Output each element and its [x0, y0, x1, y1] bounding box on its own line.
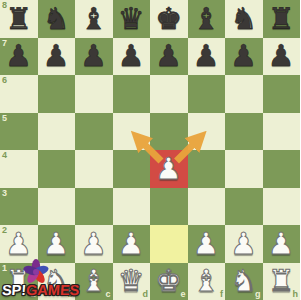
black-pawn[interactable]: ♟: [263, 38, 301, 76]
rank-label-4: 4: [2, 151, 7, 160]
white-pawn[interactable]: ♟: [150, 150, 188, 188]
white-pawn[interactable]: ♟: [75, 225, 113, 263]
square-a5[interactable]: 5: [0, 113, 38, 151]
square-d1[interactable]: d♛: [113, 263, 151, 300]
square-f3[interactable]: [188, 188, 226, 226]
rank-label-5: 5: [2, 114, 7, 123]
square-e5[interactable]: [150, 113, 188, 151]
black-pawn[interactable]: ♟: [38, 38, 76, 76]
logo-suffix: GAMES: [26, 282, 80, 298]
black-knight[interactable]: ♞: [225, 0, 263, 38]
logo-text: SP!GAMES: [1, 283, 79, 298]
square-g1[interactable]: g♞: [225, 263, 263, 300]
black-pawn[interactable]: ♟: [75, 38, 113, 76]
white-knight[interactable]: ♞: [225, 263, 263, 300]
square-h4[interactable]: [263, 150, 301, 188]
logo-prefix: SP!: [1, 282, 26, 298]
square-c5[interactable]: [75, 113, 113, 151]
square-g3[interactable]: [225, 188, 263, 226]
square-d8[interactable]: ♛: [113, 0, 151, 38]
square-f2[interactable]: ♟: [188, 225, 226, 263]
square-g8[interactable]: ♞: [225, 0, 263, 38]
white-king[interactable]: ♚: [150, 263, 188, 300]
square-h1[interactable]: h♜: [263, 263, 301, 300]
square-f6[interactable]: [188, 75, 226, 113]
square-g6[interactable]: [225, 75, 263, 113]
black-pawn[interactable]: ♟: [150, 38, 188, 76]
square-a8[interactable]: 8♜: [0, 0, 38, 38]
square-b8[interactable]: ♞: [38, 0, 76, 38]
black-queen[interactable]: ♛: [113, 0, 151, 38]
square-f5[interactable]: [188, 113, 226, 151]
white-pawn[interactable]: ♟: [263, 225, 301, 263]
chess-board: 8♜♞♝♛♚♝♞♜7♟♟♟♟♟♟♟♟654♟32♟♟♟♟♟♟♟1a♜b♞c♝d♛…: [0, 0, 300, 300]
square-c2[interactable]: ♟: [75, 225, 113, 263]
square-c8[interactable]: ♝: [75, 0, 113, 38]
square-e8[interactable]: ♚: [150, 0, 188, 38]
square-d3[interactable]: [113, 188, 151, 226]
square-c7[interactable]: ♟: [75, 38, 113, 76]
square-d5[interactable]: [113, 113, 151, 151]
square-h2[interactable]: ♟: [263, 225, 301, 263]
square-e7[interactable]: ♟: [150, 38, 188, 76]
square-b4[interactable]: [38, 150, 76, 188]
square-d2[interactable]: ♟: [113, 225, 151, 263]
square-g2[interactable]: ♟: [225, 225, 263, 263]
white-rook[interactable]: ♜: [263, 263, 301, 300]
black-knight[interactable]: ♞: [38, 0, 76, 38]
square-e3[interactable]: [150, 188, 188, 226]
black-bishop[interactable]: ♝: [75, 0, 113, 38]
square-b5[interactable]: [38, 113, 76, 151]
square-a4[interactable]: 4: [0, 150, 38, 188]
square-c4[interactable]: [75, 150, 113, 188]
white-pawn[interactable]: ♟: [188, 225, 226, 263]
black-pawn[interactable]: ♟: [188, 38, 226, 76]
square-c3[interactable]: [75, 188, 113, 226]
square-h5[interactable]: [263, 113, 301, 151]
square-e6[interactable]: [150, 75, 188, 113]
black-rook[interactable]: ♜: [263, 0, 301, 38]
black-king[interactable]: ♚: [150, 0, 188, 38]
square-a7[interactable]: 7♟: [0, 38, 38, 76]
black-pawn[interactable]: ♟: [113, 38, 151, 76]
square-f1[interactable]: f♝: [188, 263, 226, 300]
board-grid: 8♜♞♝♛♚♝♞♜7♟♟♟♟♟♟♟♟654♟32♟♟♟♟♟♟♟1a♜b♞c♝d♛…: [0, 0, 300, 300]
white-bishop[interactable]: ♝: [188, 263, 226, 300]
square-b6[interactable]: [38, 75, 76, 113]
square-f4[interactable]: [188, 150, 226, 188]
square-h8[interactable]: ♜: [263, 0, 301, 38]
square-d4[interactable]: [113, 150, 151, 188]
white-queen[interactable]: ♛: [113, 263, 151, 300]
black-rook[interactable]: ♜: [0, 0, 38, 38]
square-h6[interactable]: [263, 75, 301, 113]
square-b7[interactable]: ♟: [38, 38, 76, 76]
square-h7[interactable]: ♟: [263, 38, 301, 76]
square-a6[interactable]: 6: [0, 75, 38, 113]
square-d7[interactable]: ♟: [113, 38, 151, 76]
square-g4[interactable]: [225, 150, 263, 188]
square-b3[interactable]: [38, 188, 76, 226]
rank-label-3: 3: [2, 189, 7, 198]
square-f8[interactable]: ♝: [188, 0, 226, 38]
spgames-logo-watermark: SP!GAMES: [2, 258, 86, 298]
square-b2[interactable]: ♟: [38, 225, 76, 263]
white-pawn[interactable]: ♟: [38, 225, 76, 263]
black-pawn[interactable]: ♟: [0, 38, 38, 76]
square-f7[interactable]: ♟: [188, 38, 226, 76]
square-e2[interactable]: [150, 225, 188, 263]
white-pawn[interactable]: ♟: [0, 225, 38, 263]
white-pawn[interactable]: ♟: [113, 225, 151, 263]
black-bishop[interactable]: ♝: [188, 0, 226, 38]
square-e4[interactable]: ♟: [150, 150, 188, 188]
rank-label-6: 6: [2, 76, 7, 85]
square-a2[interactable]: 2♟: [0, 225, 38, 263]
square-h3[interactable]: [263, 188, 301, 226]
black-pawn[interactable]: ♟: [225, 38, 263, 76]
square-g5[interactable]: [225, 113, 263, 151]
square-e1[interactable]: e♚: [150, 263, 188, 300]
white-pawn[interactable]: ♟: [225, 225, 263, 263]
square-g7[interactable]: ♟: [225, 38, 263, 76]
square-a3[interactable]: 3: [0, 188, 38, 226]
square-c6[interactable]: [75, 75, 113, 113]
square-d6[interactable]: [113, 75, 151, 113]
